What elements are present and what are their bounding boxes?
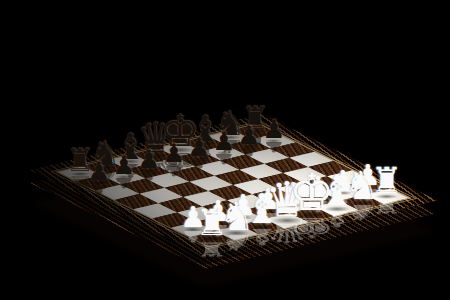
piece-reflection: ♟ bbox=[231, 146, 267, 160]
black-bishop-f8: ♝ bbox=[180, 111, 230, 146]
piece-shadow bbox=[375, 194, 398, 199]
piece-shadow bbox=[219, 135, 241, 140]
piece-reflection: ♟ bbox=[81, 182, 117, 196]
piece-reflection: ♟ bbox=[198, 223, 238, 239]
piece-shadow bbox=[245, 129, 265, 134]
piece-shadow bbox=[209, 221, 227, 225]
white-pawn-d2: ♟ bbox=[248, 185, 288, 214]
white-king-e1: ♚ bbox=[276, 168, 347, 219]
white-pawn-g2: ♟ bbox=[323, 167, 363, 196]
piece-reflection: ♜ bbox=[58, 173, 102, 190]
piece-shadow bbox=[94, 165, 116, 170]
piece-shadow bbox=[224, 230, 249, 236]
piece-shadow bbox=[234, 215, 252, 219]
white-rook-a1: ♜ bbox=[187, 205, 238, 241]
piece-reflection: ♞ bbox=[210, 232, 265, 254]
piece-reflection: ♝ bbox=[105, 161, 155, 180]
piece-shadow bbox=[284, 203, 302, 207]
piece-reflection: ♜ bbox=[361, 196, 412, 216]
piece-reflection: ♟ bbox=[348, 186, 388, 202]
black-pawn-h7: ♟ bbox=[256, 117, 292, 143]
pieces-layer: ♜♜♞♞♝♝♛♛♚♚♝♝♞♞♜♜♟♟♟♟♟♟♟♟♟♟♟♟♟♟♟♟♟♟♟♟♟♟♟♟… bbox=[0, 0, 450, 300]
white-queen-d1: ♛ bbox=[253, 176, 320, 224]
piece-reflection: ♚ bbox=[276, 213, 347, 241]
black-rook-h8: ♜ bbox=[233, 103, 277, 134]
piece-reflection: ♞ bbox=[81, 167, 128, 186]
black-pawn-e7: ♟ bbox=[181, 135, 217, 161]
piece-reflection: ♟ bbox=[206, 152, 242, 166]
piece-shadow bbox=[142, 153, 168, 159]
piece-shadow bbox=[259, 209, 277, 213]
piece-reflection: ♟ bbox=[298, 199, 338, 215]
white-pawn-a2: ♟ bbox=[173, 203, 213, 232]
piece-shadow bbox=[272, 217, 303, 224]
piece-shadow bbox=[119, 159, 142, 164]
piece-shadow bbox=[116, 175, 133, 179]
piece-reflection: ♟ bbox=[256, 140, 292, 154]
piece-reflection: ♟ bbox=[181, 158, 217, 172]
black-pawn-c7: ♟ bbox=[131, 147, 167, 173]
piece-shadow bbox=[141, 169, 158, 173]
piece-shadow bbox=[334, 191, 352, 195]
piece-reflection: ♟ bbox=[156, 164, 192, 178]
piece-reflection: ♛ bbox=[253, 219, 320, 245]
piece-reflection: ♟ bbox=[323, 192, 363, 208]
piece-shadow bbox=[200, 236, 223, 241]
piece-shadow bbox=[359, 185, 377, 189]
white-pawn-e2: ♟ bbox=[273, 179, 313, 208]
black-pawn-f7: ♟ bbox=[206, 129, 242, 155]
piece-reflection: ♞ bbox=[206, 137, 253, 156]
piece-reflection: ♚ bbox=[149, 149, 210, 173]
piece-shadow bbox=[194, 141, 217, 146]
piece-shadow bbox=[166, 163, 183, 167]
piece-reflection: ♟ bbox=[131, 170, 167, 184]
piece-shadow bbox=[191, 157, 208, 161]
piece-shadow bbox=[349, 200, 374, 206]
chess-scene: ♜♜♞♞♝♝♛♛♚♚♝♝♞♞♜♜♟♟♟♟♟♟♟♟♟♟♟♟♟♟♟♟♟♟♟♟♟♟♟♟… bbox=[0, 0, 450, 300]
white-pawn-f2: ♟ bbox=[298, 173, 338, 202]
piece-reflection: ♟ bbox=[248, 211, 288, 227]
piece-shadow bbox=[166, 147, 194, 154]
white-knight-g1: ♞ bbox=[334, 166, 389, 205]
white-bishop-c1: ♝ bbox=[233, 189, 290, 230]
white-pawn-h2: ♟ bbox=[348, 161, 388, 190]
piece-reflection: ♟ bbox=[106, 176, 142, 190]
piece-shadow bbox=[70, 172, 90, 177]
piece-shadow bbox=[91, 181, 108, 185]
black-pawn-g7: ♟ bbox=[231, 123, 267, 149]
white-pawn-b2: ♟ bbox=[198, 197, 238, 226]
white-bishop-f1: ♝ bbox=[308, 171, 365, 212]
piece-shadow bbox=[265, 139, 282, 143]
piece-reflection: ♛ bbox=[126, 155, 184, 178]
white-knight-b1: ♞ bbox=[210, 197, 265, 236]
black-rook-a8: ♜ bbox=[58, 145, 102, 176]
piece-shadow bbox=[296, 211, 329, 219]
piece-reflection: ♜ bbox=[233, 131, 277, 148]
piece-shadow bbox=[184, 227, 202, 231]
piece-reflection: ♝ bbox=[233, 226, 290, 249]
piece-reflection: ♟ bbox=[223, 217, 263, 233]
piece-reflection: ♝ bbox=[308, 207, 365, 230]
piece-reflection: ♟ bbox=[173, 229, 213, 245]
piece-reflection: ♟ bbox=[273, 205, 313, 221]
black-knight-b8: ♞ bbox=[81, 137, 128, 171]
piece-reflection: ♝ bbox=[180, 143, 230, 162]
black-pawn-d7: ♟ bbox=[156, 141, 192, 167]
black-knight-g8: ♞ bbox=[206, 107, 253, 141]
black-king-e8: ♚ bbox=[149, 109, 210, 153]
black-pawn-b7: ♟ bbox=[106, 153, 142, 179]
white-pawn-c2: ♟ bbox=[223, 191, 263, 220]
black-queen-d8: ♛ bbox=[126, 118, 184, 159]
piece-shadow bbox=[249, 224, 275, 230]
piece-reflection: ♜ bbox=[187, 238, 238, 258]
black-pawn-a7: ♟ bbox=[81, 159, 117, 185]
piece-shadow bbox=[216, 151, 233, 155]
black-bishop-c8: ♝ bbox=[105, 129, 155, 164]
piece-shadow bbox=[241, 145, 258, 149]
piece-shadow bbox=[324, 206, 350, 212]
white-rook-h1: ♜ bbox=[361, 163, 412, 199]
piece-shadow bbox=[309, 197, 327, 201]
piece-reflection: ♞ bbox=[334, 201, 389, 223]
